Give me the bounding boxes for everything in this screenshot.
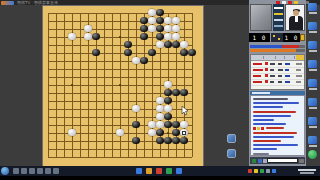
tray-icon[interactable] bbox=[254, 169, 258, 173]
chat-tool-button[interactable] bbox=[258, 159, 262, 163]
chat-emote-icon bbox=[261, 127, 264, 130]
black-stone bbox=[164, 89, 172, 97]
taskbar-date bbox=[300, 172, 314, 174]
chat-emote-icon bbox=[253, 127, 256, 130]
avatar-shirt bbox=[295, 16, 298, 22]
chat-message bbox=[253, 140, 281, 142]
black-stone bbox=[180, 137, 188, 145]
eval-bar bbox=[250, 45, 305, 48]
eval-segment bbox=[282, 45, 300, 48]
table-cell-text bbox=[285, 81, 290, 83]
table-cell-text bbox=[270, 69, 274, 71]
black-stone bbox=[172, 129, 180, 137]
taskbar-clock bbox=[298, 169, 316, 171]
chat-panel[interactable] bbox=[250, 95, 305, 156]
black-stone bbox=[188, 49, 196, 57]
tray-icon[interactable] bbox=[266, 169, 270, 173]
black-stone bbox=[140, 25, 148, 33]
black-stone bbox=[156, 17, 164, 25]
red-marker-icon bbox=[265, 62, 268, 65]
white-stone bbox=[148, 9, 156, 17]
white-stone bbox=[164, 33, 172, 41]
start-button[interactable] bbox=[1, 167, 9, 175]
desktop-icon-label bbox=[309, 31, 317, 33]
desktop-icon-label bbox=[309, 107, 317, 109]
taskbar-icon[interactable] bbox=[37, 168, 43, 174]
white-stone bbox=[148, 121, 156, 129]
white-stone bbox=[156, 105, 164, 113]
white-stone bbox=[164, 17, 172, 25]
chat-message bbox=[253, 123, 286, 125]
send-button[interactable] bbox=[299, 159, 304, 163]
floating-tool-icon[interactable] bbox=[227, 149, 236, 158]
timer-left: 1 0 bbox=[249, 33, 270, 42]
desktop-icon[interactable] bbox=[308, 41, 317, 49]
player-info-line bbox=[274, 25, 283, 27]
table-cell-text bbox=[270, 81, 274, 83]
white-stone bbox=[164, 105, 172, 113]
black-stone bbox=[132, 137, 140, 145]
red-marker-icon bbox=[265, 80, 268, 83]
player-avatar-right bbox=[285, 4, 305, 31]
player-info-line bbox=[274, 13, 283, 15]
white-stone bbox=[156, 113, 164, 121]
green-desktop-icon[interactable] bbox=[308, 150, 317, 159]
table-header-gold-cell bbox=[296, 55, 304, 60]
black-stone bbox=[140, 33, 148, 41]
black-stone bbox=[156, 129, 164, 137]
table-cell-text bbox=[278, 63, 282, 65]
table-cell-text bbox=[253, 81, 262, 83]
desktop-icon[interactable] bbox=[308, 3, 317, 11]
timer-middle-box bbox=[271, 33, 283, 42]
white-stone bbox=[180, 41, 188, 49]
chat-message bbox=[253, 148, 277, 150]
player-info-line bbox=[274, 19, 283, 21]
white-stone bbox=[84, 33, 92, 41]
black-stone bbox=[148, 49, 156, 57]
black-stone bbox=[164, 97, 172, 105]
white-stone bbox=[164, 81, 172, 89]
table-cell-text bbox=[270, 75, 275, 77]
black-stone bbox=[92, 33, 100, 41]
white-stone bbox=[132, 105, 140, 113]
desktop-icon-label bbox=[309, 88, 317, 90]
last-move-marker bbox=[182, 131, 186, 135]
white-stone bbox=[156, 121, 164, 129]
letterbox-strip bbox=[0, 176, 320, 180]
chat-message bbox=[253, 132, 297, 134]
table-cell-text bbox=[285, 63, 290, 65]
eval-segment bbox=[250, 49, 296, 52]
black-stone bbox=[172, 89, 180, 97]
black-stone bbox=[172, 137, 180, 145]
grid-line bbox=[192, 13, 193, 157]
red-marker-icon bbox=[265, 74, 268, 77]
taskbar-icon[interactable] bbox=[53, 168, 59, 174]
go-board[interactable] bbox=[42, 5, 204, 167]
player-avatar-left bbox=[250, 4, 272, 31]
chat-message bbox=[253, 106, 283, 108]
taskbar-icon[interactable] bbox=[13, 168, 19, 174]
desktop-icon-label bbox=[309, 69, 317, 71]
red-marker-icon bbox=[265, 68, 268, 71]
black-stone bbox=[92, 49, 100, 57]
white-stone bbox=[148, 17, 156, 25]
black-stone bbox=[156, 25, 164, 33]
chat-tool-button[interactable] bbox=[252, 159, 256, 163]
tray-icon[interactable] bbox=[272, 169, 276, 173]
chat-message bbox=[253, 144, 298, 146]
chat-tool-button[interactable] bbox=[263, 159, 267, 163]
taskbar-icon[interactable] bbox=[29, 168, 35, 174]
tray-icon[interactable] bbox=[248, 169, 252, 173]
chat-message bbox=[253, 111, 296, 113]
desktop-icon-label bbox=[309, 12, 317, 14]
black-stone bbox=[180, 49, 188, 57]
black-stone bbox=[172, 121, 180, 129]
black-stone bbox=[140, 57, 148, 65]
white-stone bbox=[156, 97, 164, 105]
chat-header-label bbox=[252, 92, 270, 94]
eval-bar bbox=[250, 49, 305, 52]
black-stone bbox=[172, 41, 180, 49]
desktop-icon[interactable] bbox=[308, 117, 317, 125]
eval-segment bbox=[250, 45, 282, 48]
white-stone bbox=[180, 121, 188, 129]
table-cell-text bbox=[270, 63, 275, 65]
timer-right: 1 0 bbox=[283, 33, 300, 42]
chat-message bbox=[266, 127, 284, 129]
desktop-icon-label bbox=[309, 50, 317, 52]
table-cell-text bbox=[253, 63, 262, 65]
black-stone bbox=[124, 41, 132, 49]
chat-message bbox=[253, 98, 288, 100]
tray-icon[interactable] bbox=[260, 169, 264, 173]
white-stone bbox=[68, 129, 76, 137]
table-cell-text bbox=[253, 69, 263, 71]
white-stone bbox=[172, 25, 180, 33]
desktop-icon-label bbox=[309, 126, 317, 128]
desktop-icon[interactable] bbox=[308, 136, 317, 144]
black-stone bbox=[164, 121, 172, 129]
eval-segment bbox=[300, 45, 306, 48]
white-stone bbox=[84, 25, 92, 33]
taskbar-icon[interactable] bbox=[45, 168, 51, 174]
black-stone bbox=[132, 121, 140, 129]
taskbar-icon[interactable] bbox=[21, 168, 27, 174]
black-stone bbox=[156, 9, 164, 17]
chat-emote-icon bbox=[257, 127, 260, 130]
sidebar-panel: 1 0 1 0 bbox=[249, 0, 306, 167]
black-stone bbox=[156, 137, 164, 145]
grid-line bbox=[128, 13, 129, 157]
table-cell-text bbox=[253, 75, 261, 77]
taskbar bbox=[0, 166, 320, 176]
table-cell-text bbox=[285, 75, 290, 77]
game-list-table[interactable] bbox=[250, 54, 305, 90]
eval-segment bbox=[296, 49, 305, 52]
white-stone bbox=[172, 33, 180, 41]
white-stone bbox=[148, 25, 156, 33]
black-stone bbox=[140, 17, 148, 25]
table-cell-text bbox=[285, 69, 289, 71]
table-cell-text bbox=[278, 75, 282, 77]
chat-message bbox=[253, 102, 299, 104]
table-cell-text bbox=[278, 81, 282, 83]
taskbar-app-icon[interactable] bbox=[176, 168, 182, 174]
chat-toolbar bbox=[250, 157, 305, 164]
chat-message bbox=[253, 136, 294, 138]
desktop-icon[interactable] bbox=[308, 60, 317, 68]
black-stone bbox=[164, 137, 172, 145]
star-point bbox=[71, 84, 73, 86]
chat-message bbox=[253, 119, 274, 121]
desktop-icon[interactable] bbox=[308, 22, 317, 30]
black-stone bbox=[180, 89, 188, 97]
black-stone bbox=[156, 33, 164, 41]
white-stone bbox=[148, 129, 156, 137]
table-cell-text bbox=[296, 81, 301, 83]
table-cell-text bbox=[278, 69, 283, 71]
chat-message bbox=[253, 153, 269, 155]
black-stone bbox=[164, 41, 172, 49]
player-info-line bbox=[274, 7, 283, 9]
white-stone bbox=[116, 129, 124, 137]
taskbar-app-icon[interactable] bbox=[146, 168, 152, 174]
white-stone bbox=[172, 17, 180, 25]
white-stone bbox=[68, 33, 76, 41]
star-point bbox=[119, 84, 121, 86]
taskbar-app-icon[interactable] bbox=[156, 168, 162, 174]
desktop-icon-label bbox=[309, 145, 317, 147]
grid-line bbox=[48, 157, 192, 158]
desktop-icon[interactable] bbox=[308, 98, 317, 106]
star-point bbox=[167, 132, 169, 134]
chat-message bbox=[253, 115, 291, 117]
table-row[interactable] bbox=[251, 79, 304, 86]
white-stone bbox=[132, 57, 140, 65]
table-cell-text bbox=[296, 75, 302, 77]
table-cell-text bbox=[296, 63, 302, 65]
white-stone bbox=[164, 25, 172, 33]
taskbar-app-icon[interactable] bbox=[166, 168, 172, 174]
floating-tool-icon[interactable] bbox=[227, 134, 236, 143]
desktop-icon[interactable] bbox=[308, 79, 317, 87]
chat-input[interactable] bbox=[267, 158, 298, 163]
taskbar-app-icon[interactable] bbox=[136, 168, 142, 174]
grid-line bbox=[48, 149, 192, 150]
table-cell-text bbox=[296, 69, 301, 71]
black-stone bbox=[124, 49, 132, 57]
white-stone bbox=[156, 41, 164, 49]
black-stone bbox=[164, 113, 172, 121]
screen: 围棋TV · 围棋赛事直播 1 0 1 0 bbox=[0, 0, 320, 180]
gold-chip bbox=[300, 34, 305, 41]
grid-line bbox=[136, 13, 137, 157]
player-info-box bbox=[273, 4, 284, 31]
star-point bbox=[119, 36, 121, 38]
